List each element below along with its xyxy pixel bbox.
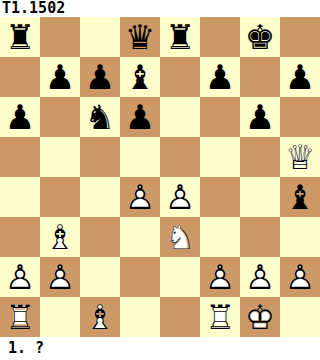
square-d6[interactable]: ♟ (120, 97, 160, 137)
square-f5[interactable] (200, 137, 240, 177)
square-e4[interactable]: ♟♙ (160, 177, 200, 217)
piece-outline: ♙ (240, 257, 280, 297)
square-a8[interactable]: ♜ (0, 17, 40, 57)
black-rook-piece[interactable]: ♜ (0, 17, 40, 57)
white-pawn-piece[interactable]: ♟♙ (280, 257, 320, 297)
square-f8[interactable] (200, 17, 240, 57)
square-h5[interactable]: ♛♕ (280, 137, 320, 177)
piece-outline: ♙ (160, 177, 200, 217)
square-h6[interactable] (280, 97, 320, 137)
square-h1[interactable] (280, 297, 320, 337)
piece-glyph: ♛ (120, 17, 160, 57)
white-pawn-piece[interactable]: ♟♙ (120, 177, 160, 217)
square-d8[interactable]: ♛ (120, 17, 160, 57)
square-g6[interactable]: ♟ (240, 97, 280, 137)
move-prompt: 1. ? (0, 337, 320, 360)
square-a3[interactable] (0, 217, 40, 257)
square-b1[interactable] (40, 297, 80, 337)
square-g3[interactable] (240, 217, 280, 257)
square-d4[interactable]: ♟♙ (120, 177, 160, 217)
black-pawn-piece[interactable]: ♟ (40, 57, 80, 97)
piece-outline: ♙ (120, 177, 160, 217)
piece-glyph: ♜ (160, 17, 200, 57)
piece-outline: ♘ (160, 217, 200, 257)
square-d2[interactable] (120, 257, 160, 297)
black-rook-piece[interactable]: ♜ (160, 17, 200, 57)
black-knight-piece[interactable]: ♞ (80, 97, 120, 137)
square-b5[interactable] (40, 137, 80, 177)
piece-glyph: ♚ (240, 17, 280, 57)
square-a4[interactable] (0, 177, 40, 217)
square-a6[interactable]: ♟ (0, 97, 40, 137)
black-bishop-piece[interactable]: ♝ (120, 57, 160, 97)
square-h8[interactable] (280, 17, 320, 57)
square-f1[interactable]: ♜♖ (200, 297, 240, 337)
square-h4[interactable]: ♝ (280, 177, 320, 217)
square-a7[interactable] (0, 57, 40, 97)
square-h3[interactable] (280, 217, 320, 257)
square-g7[interactable] (240, 57, 280, 97)
piece-glyph: ♟ (280, 57, 320, 97)
square-c5[interactable] (80, 137, 120, 177)
black-pawn-piece[interactable]: ♟ (240, 97, 280, 137)
piece-outline: ♙ (0, 257, 40, 297)
square-d5[interactable] (120, 137, 160, 177)
white-knight-piece[interactable]: ♞♘ (160, 217, 200, 257)
puzzle-page: T1.1502 ♜♛♜♚♟♟♝♟♟♟♞♟♟♛♕♟♙♟♙♝♝♗♞♘♟♙♟♙♟♙♟♙… (0, 0, 320, 360)
square-h2[interactable]: ♟♙ (280, 257, 320, 297)
black-pawn-piece[interactable]: ♟ (280, 57, 320, 97)
piece-outline: ♙ (280, 257, 320, 297)
square-g5[interactable] (240, 137, 280, 177)
square-d1[interactable] (120, 297, 160, 337)
piece-glyph: ♟ (200, 57, 240, 97)
square-a1[interactable]: ♜♖ (0, 297, 40, 337)
white-rook-piece[interactable]: ♜♖ (200, 297, 240, 337)
square-f6[interactable] (200, 97, 240, 137)
piece-glyph: ♝ (120, 57, 160, 97)
white-pawn-piece[interactable]: ♟♙ (0, 257, 40, 297)
square-c3[interactable] (80, 217, 120, 257)
piece-outline: ♖ (200, 297, 240, 337)
square-c1[interactable]: ♝♗ (80, 297, 120, 337)
white-queen-piece[interactable]: ♛♕ (280, 137, 320, 177)
white-rook-piece[interactable]: ♜♖ (0, 297, 40, 337)
piece-glyph: ♟ (40, 57, 80, 97)
square-e2[interactable] (160, 257, 200, 297)
square-b3[interactable]: ♝♗ (40, 217, 80, 257)
square-b6[interactable] (40, 97, 80, 137)
piece-outline: ♕ (280, 137, 320, 177)
chess-board: ♜♛♜♚♟♟♝♟♟♟♞♟♟♛♕♟♙♟♙♝♝♗♞♘♟♙♟♙♟♙♟♙♟♙♜♖♝♗♜♖… (0, 17, 320, 337)
square-b8[interactable] (40, 17, 80, 57)
piece-outline: ♙ (200, 257, 240, 297)
piece-outline: ♗ (40, 217, 80, 257)
black-queen-piece[interactable]: ♛ (120, 17, 160, 57)
piece-glyph: ♝ (280, 177, 320, 217)
piece-glyph: ♜ (0, 17, 40, 57)
piece-outline: ♙ (40, 257, 80, 297)
square-g2[interactable]: ♟♙ (240, 257, 280, 297)
square-c8[interactable] (80, 17, 120, 57)
white-pawn-piece[interactable]: ♟♙ (240, 257, 280, 297)
square-e1[interactable] (160, 297, 200, 337)
white-pawn-piece[interactable]: ♟♙ (200, 257, 240, 297)
square-f7[interactable]: ♟ (200, 57, 240, 97)
piece-glyph: ♞ (80, 97, 120, 137)
square-g4[interactable] (240, 177, 280, 217)
square-a2[interactable]: ♟♙ (0, 257, 40, 297)
square-b4[interactable] (40, 177, 80, 217)
piece-outline: ♔ (240, 297, 280, 337)
square-c6[interactable]: ♞ (80, 97, 120, 137)
white-bishop-piece[interactable]: ♝♗ (80, 297, 120, 337)
piece-outline: ♖ (0, 297, 40, 337)
square-e8[interactable]: ♜ (160, 17, 200, 57)
square-c4[interactable] (80, 177, 120, 217)
white-pawn-piece[interactable]: ♟♙ (40, 257, 80, 297)
square-e5[interactable] (160, 137, 200, 177)
square-b7[interactable]: ♟ (40, 57, 80, 97)
square-e3[interactable]: ♞♘ (160, 217, 200, 257)
piece-glyph: ♟ (120, 97, 160, 137)
piece-glyph: ♟ (0, 97, 40, 137)
black-pawn-piece[interactable]: ♟ (80, 57, 120, 97)
square-d3[interactable] (120, 217, 160, 257)
puzzle-id: T1.1502 (0, 0, 320, 17)
black-bishop-piece[interactable]: ♝ (280, 177, 320, 217)
square-f4[interactable] (200, 177, 240, 217)
white-bishop-piece[interactable]: ♝♗ (40, 217, 80, 257)
square-g8[interactable]: ♚ (240, 17, 280, 57)
square-e7[interactable] (160, 57, 200, 97)
square-f3[interactable] (200, 217, 240, 257)
piece-outline: ♗ (80, 297, 120, 337)
square-c2[interactable] (80, 257, 120, 297)
black-pawn-piece[interactable]: ♟ (120, 97, 160, 137)
square-h7[interactable]: ♟ (280, 57, 320, 97)
white-pawn-piece[interactable]: ♟♙ (160, 177, 200, 217)
white-king-piece[interactable]: ♚♔ (240, 297, 280, 337)
black-pawn-piece[interactable]: ♟ (200, 57, 240, 97)
square-c7[interactable]: ♟ (80, 57, 120, 97)
square-b2[interactable]: ♟♙ (40, 257, 80, 297)
piece-glyph: ♟ (80, 57, 120, 97)
square-f2[interactable]: ♟♙ (200, 257, 240, 297)
square-e6[interactable] (160, 97, 200, 137)
square-g1[interactable]: ♚♔ (240, 297, 280, 337)
square-a5[interactable] (0, 137, 40, 177)
square-d7[interactable]: ♝ (120, 57, 160, 97)
piece-glyph: ♟ (240, 97, 280, 137)
black-king-piece[interactable]: ♚ (240, 17, 280, 57)
black-pawn-piece[interactable]: ♟ (0, 97, 40, 137)
